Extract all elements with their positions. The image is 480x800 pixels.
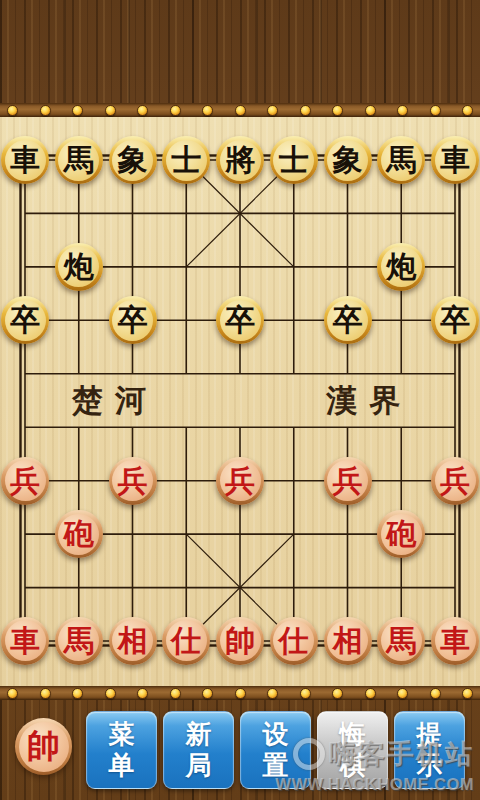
nail-stud (40, 105, 51, 116)
piece-red-砲[interactable]: 砲 (55, 510, 103, 558)
piece-glyph: 炮 (64, 252, 94, 282)
piece-glyph: 仕 (279, 626, 309, 656)
nail-stud (72, 688, 83, 699)
piece-glyph: 卒 (333, 305, 363, 335)
nail-stud (105, 688, 116, 699)
piece-glyph: 兵 (333, 466, 363, 496)
piece-red-相[interactable]: 相 (324, 617, 372, 665)
piece-black-士[interactable]: 士 (270, 136, 318, 184)
piece-red-馬[interactable]: 馬 (55, 617, 103, 665)
xiangqi-app-screen: 楚河 漢界 車馬象士將士象馬車炮炮卒卒卒卒卒兵兵兵兵兵砲砲車馬相仕帥仕相馬車 帥… (0, 0, 480, 800)
piece-glyph: 兵 (225, 466, 255, 496)
piece-glyph: 帥 (225, 626, 255, 656)
piece-black-馬[interactable]: 馬 (55, 136, 103, 184)
piece-glyph: 士 (171, 145, 201, 175)
nail-stud (105, 105, 116, 116)
piece-red-相[interactable]: 相 (109, 617, 157, 665)
piece-glyph: 兵 (118, 466, 148, 496)
piece-red-仕[interactable]: 仕 (270, 617, 318, 665)
piece-glyph: 砲 (64, 519, 94, 549)
nail-stud (332, 105, 343, 116)
piece-red-兵[interactable]: 兵 (431, 457, 479, 505)
piece-red-兵[interactable]: 兵 (324, 457, 372, 505)
piece-red-兵[interactable]: 兵 (216, 457, 264, 505)
hint-button[interactable]: 提示 (394, 711, 465, 789)
piece-glyph: 車 (10, 626, 40, 656)
piece-glyph: 相 (333, 626, 363, 656)
river-label-han: 漢界 (326, 381, 412, 421)
piece-glyph: 象 (118, 145, 148, 175)
piece-black-將[interactable]: 將 (216, 136, 264, 184)
turn-indicator-glyph: 帥 (27, 730, 60, 763)
nail-stud (267, 688, 278, 699)
nail-stud (430, 105, 441, 116)
nail-stud (7, 688, 18, 699)
piece-glyph: 仕 (171, 626, 201, 656)
piece-glyph: 兵 (10, 466, 40, 496)
nail-stud (300, 105, 311, 116)
undo-button-label: 悔棋 (340, 719, 366, 781)
nail-stud (170, 105, 181, 116)
piece-red-車[interactable]: 車 (1, 617, 49, 665)
nail-stud (235, 105, 246, 116)
nail-stud (397, 688, 408, 699)
piece-glyph: 卒 (225, 305, 255, 335)
nail-stud (462, 105, 473, 116)
nail-stud (170, 688, 181, 699)
piece-black-車[interactable]: 車 (431, 136, 479, 184)
piece-glyph: 將 (225, 145, 255, 175)
piece-glyph: 車 (10, 145, 40, 175)
piece-red-帥[interactable]: 帥 (216, 617, 264, 665)
river-label-chu: 楚河 (72, 381, 158, 421)
nail-stud (72, 105, 83, 116)
piece-glyph: 砲 (386, 519, 416, 549)
nail-stud (267, 105, 278, 116)
menu-button-label: 菜单 (109, 719, 135, 781)
new-game-button[interactable]: 新局 (163, 711, 234, 789)
piece-red-砲[interactable]: 砲 (377, 510, 425, 558)
piece-black-卒[interactable]: 卒 (1, 296, 49, 344)
piece-black-卒[interactable]: 卒 (109, 296, 157, 344)
board[interactable]: 楚河 漢界 車馬象士將士象馬車炮炮卒卒卒卒卒兵兵兵兵兵砲砲車馬相仕帥仕相馬車 (0, 117, 480, 686)
nail-stud (365, 688, 376, 699)
nail-stud (235, 688, 246, 699)
piece-black-卒[interactable]: 卒 (216, 296, 264, 344)
nail-stud (7, 105, 18, 116)
piece-glyph: 象 (333, 145, 363, 175)
undo-button[interactable]: 悔棋 (317, 711, 388, 789)
piece-black-卒[interactable]: 卒 (324, 296, 372, 344)
nail-stud (300, 688, 311, 699)
piece-glyph: 卒 (10, 305, 40, 335)
nail-stud (202, 688, 213, 699)
nail-stud (202, 105, 213, 116)
nail-stud (430, 688, 441, 699)
nail-stud (462, 688, 473, 699)
piece-glyph: 兵 (440, 466, 470, 496)
piece-black-士[interactable]: 士 (162, 136, 210, 184)
top-nail-strip (0, 103, 480, 117)
piece-glyph: 士 (279, 145, 309, 175)
bottom-nail-strip (0, 686, 480, 700)
piece-glyph: 馬 (386, 626, 416, 656)
piece-black-車[interactable]: 車 (1, 136, 49, 184)
piece-glyph: 馬 (64, 626, 94, 656)
nail-stud (365, 105, 376, 116)
piece-glyph: 相 (118, 626, 148, 656)
new-game-button-label: 新局 (186, 719, 212, 781)
piece-black-馬[interactable]: 馬 (377, 136, 425, 184)
piece-black-炮[interactable]: 炮 (377, 243, 425, 291)
piece-glyph: 馬 (386, 145, 416, 175)
piece-red-馬[interactable]: 馬 (377, 617, 425, 665)
piece-glyph: 馬 (64, 145, 94, 175)
nail-stud (137, 105, 148, 116)
nail-stud (397, 105, 408, 116)
nail-stud (137, 688, 148, 699)
hint-button-label: 提示 (417, 719, 443, 781)
piece-red-兵[interactable]: 兵 (109, 457, 157, 505)
piece-glyph: 卒 (440, 305, 470, 335)
piece-black-卒[interactable]: 卒 (431, 296, 479, 344)
piece-glyph: 卒 (118, 305, 148, 335)
piece-glyph: 車 (440, 626, 470, 656)
piece-glyph: 炮 (386, 252, 416, 282)
piece-red-車[interactable]: 車 (431, 617, 479, 665)
turn-indicator-piece: 帥 (15, 718, 72, 775)
nail-stud (332, 688, 343, 699)
piece-black-象[interactable]: 象 (109, 136, 157, 184)
piece-glyph: 車 (440, 145, 470, 175)
nail-stud (40, 688, 51, 699)
menu-button[interactable]: 菜单 (86, 711, 157, 789)
piece-black-象[interactable]: 象 (324, 136, 372, 184)
piece-red-兵[interactable]: 兵 (1, 457, 49, 505)
piece-black-炮[interactable]: 炮 (55, 243, 103, 291)
toolbar: 菜单 新局 设置 悔棋 提示 (86, 711, 465, 789)
settings-button-label: 设置 (263, 719, 289, 781)
settings-button[interactable]: 设置 (240, 711, 311, 789)
piece-red-仕[interactable]: 仕 (162, 617, 210, 665)
